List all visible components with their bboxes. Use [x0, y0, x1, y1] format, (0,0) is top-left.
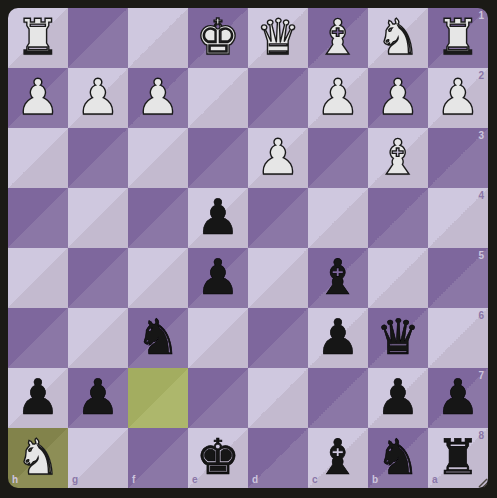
- coord-rank-2: 2: [478, 71, 484, 81]
- square-c8[interactable]: ♝c: [308, 428, 368, 488]
- coord-rank-4: 4: [478, 191, 484, 201]
- square-h7[interactable]: ♟: [8, 368, 68, 428]
- square-f7[interactable]: [128, 368, 188, 428]
- piece-black-knight[interactable]: ♞: [136, 308, 180, 368]
- square-g6[interactable]: [68, 308, 128, 368]
- piece-white-king[interactable]: ♚: [196, 8, 240, 68]
- square-b6[interactable]: ♛: [368, 308, 428, 368]
- piece-white-rook[interactable]: ♜: [16, 8, 60, 68]
- piece-black-pawn[interactable]: ♟: [16, 368, 60, 428]
- coord-file-e: e: [192, 475, 198, 485]
- square-e6[interactable]: [188, 308, 248, 368]
- square-g7[interactable]: ♟: [68, 368, 128, 428]
- square-g1[interactable]: [68, 8, 128, 68]
- square-d5[interactable]: [248, 248, 308, 308]
- piece-black-king[interactable]: ♚: [196, 428, 240, 488]
- square-b4[interactable]: [368, 188, 428, 248]
- square-c4[interactable]: [308, 188, 368, 248]
- square-h8[interactable]: ♞h: [8, 428, 68, 488]
- square-b3[interactable]: ♝: [368, 128, 428, 188]
- square-e8[interactable]: ♚e: [188, 428, 248, 488]
- piece-black-pawn[interactable]: ♟: [196, 188, 240, 248]
- square-h5[interactable]: [8, 248, 68, 308]
- square-e5[interactable]: ♟: [188, 248, 248, 308]
- piece-white-pawn[interactable]: ♟: [136, 68, 180, 128]
- piece-white-knight[interactable]: ♞: [16, 428, 60, 488]
- square-g4[interactable]: [68, 188, 128, 248]
- square-c5[interactable]: ♝: [308, 248, 368, 308]
- piece-black-knight[interactable]: ♞: [376, 428, 420, 488]
- square-b2[interactable]: ♟: [368, 68, 428, 128]
- piece-black-pawn[interactable]: ♟: [316, 308, 360, 368]
- square-f3[interactable]: [128, 128, 188, 188]
- piece-black-bishop[interactable]: ♝: [316, 248, 360, 308]
- coord-file-c: c: [312, 475, 318, 485]
- square-a4[interactable]: 4: [428, 188, 488, 248]
- piece-black-pawn[interactable]: ♟: [76, 368, 120, 428]
- coord-rank-7: 7: [478, 371, 484, 381]
- square-g3[interactable]: [68, 128, 128, 188]
- square-c2[interactable]: ♟: [308, 68, 368, 128]
- square-e4[interactable]: ♟: [188, 188, 248, 248]
- square-f5[interactable]: [128, 248, 188, 308]
- piece-white-pawn[interactable]: ♟: [76, 68, 120, 128]
- piece-black-pawn[interactable]: ♟: [376, 368, 420, 428]
- square-c7[interactable]: [308, 368, 368, 428]
- square-b8[interactable]: ♞b: [368, 428, 428, 488]
- coord-file-f: f: [132, 475, 135, 485]
- square-f4[interactable]: [128, 188, 188, 248]
- square-b5[interactable]: [368, 248, 428, 308]
- chess-board[interactable]: ♜♚♛♝♞♜1♟♟♟♟♟♟2♟♝3♟4♟♝5♞♟♛6♟♟♟♟7♞hgf♚ed♝c…: [8, 8, 488, 488]
- coord-file-d: d: [252, 475, 258, 485]
- square-h6[interactable]: [8, 308, 68, 368]
- square-a6[interactable]: 6: [428, 308, 488, 368]
- square-e3[interactable]: [188, 128, 248, 188]
- square-h2[interactable]: ♟: [8, 68, 68, 128]
- square-h1[interactable]: ♜: [8, 8, 68, 68]
- square-f8[interactable]: f: [128, 428, 188, 488]
- square-g2[interactable]: ♟: [68, 68, 128, 128]
- coord-rank-8: 8: [478, 431, 484, 441]
- square-a1[interactable]: ♜1: [428, 8, 488, 68]
- square-d4[interactable]: [248, 188, 308, 248]
- square-e7[interactable]: [188, 368, 248, 428]
- piece-white-pawn[interactable]: ♟: [256, 128, 300, 188]
- piece-white-pawn[interactable]: ♟: [436, 68, 480, 128]
- piece-white-bishop[interactable]: ♝: [316, 8, 360, 68]
- piece-black-bishop[interactable]: ♝: [316, 428, 360, 488]
- piece-white-pawn[interactable]: ♟: [16, 68, 60, 128]
- piece-black-rook[interactable]: ♜: [436, 428, 480, 488]
- square-d7[interactable]: [248, 368, 308, 428]
- square-a7[interactable]: ♟7: [428, 368, 488, 428]
- square-d3[interactable]: ♟: [248, 128, 308, 188]
- piece-white-knight[interactable]: ♞: [376, 8, 420, 68]
- square-d6[interactable]: [248, 308, 308, 368]
- piece-white-bishop[interactable]: ♝: [376, 128, 420, 188]
- piece-white-queen[interactable]: ♛: [256, 8, 300, 68]
- square-d8[interactable]: d: [248, 428, 308, 488]
- coord-file-h: h: [12, 475, 18, 485]
- piece-black-pawn[interactable]: ♟: [196, 248, 240, 308]
- piece-white-pawn[interactable]: ♟: [376, 68, 420, 128]
- coord-rank-1: 1: [478, 11, 484, 21]
- square-g8[interactable]: g: [68, 428, 128, 488]
- coord-file-b: b: [372, 475, 378, 485]
- square-b7[interactable]: ♟: [368, 368, 428, 428]
- square-h4[interactable]: [8, 188, 68, 248]
- piece-black-pawn[interactable]: ♟: [436, 368, 480, 428]
- coord-rank-6: 6: [478, 311, 484, 321]
- square-b1[interactable]: ♞: [368, 8, 428, 68]
- coord-rank-5: 5: [478, 251, 484, 261]
- square-e1[interactable]: ♚: [188, 8, 248, 68]
- square-e2[interactable]: [188, 68, 248, 128]
- coord-file-a: a: [432, 475, 438, 485]
- square-c1[interactable]: ♝: [308, 8, 368, 68]
- square-f2[interactable]: ♟: [128, 68, 188, 128]
- square-c6[interactable]: ♟: [308, 308, 368, 368]
- resize-handle-icon[interactable]: [476, 476, 488, 488]
- square-a3[interactable]: 3: [428, 128, 488, 188]
- piece-white-rook[interactable]: ♜: [436, 8, 480, 68]
- coord-rank-3: 3: [478, 131, 484, 141]
- square-d1[interactable]: ♛: [248, 8, 308, 68]
- square-d2[interactable]: [248, 68, 308, 128]
- square-h3[interactable]: [8, 128, 68, 188]
- square-g5[interactable]: [68, 248, 128, 308]
- piece-black-queen[interactable]: ♛: [376, 308, 420, 368]
- square-a2[interactable]: ♟2: [428, 68, 488, 128]
- square-f6[interactable]: ♞: [128, 308, 188, 368]
- piece-white-pawn[interactable]: ♟: [316, 68, 360, 128]
- square-c3[interactable]: [308, 128, 368, 188]
- square-a5[interactable]: 5: [428, 248, 488, 308]
- square-f1[interactable]: [128, 8, 188, 68]
- coord-file-g: g: [72, 475, 78, 485]
